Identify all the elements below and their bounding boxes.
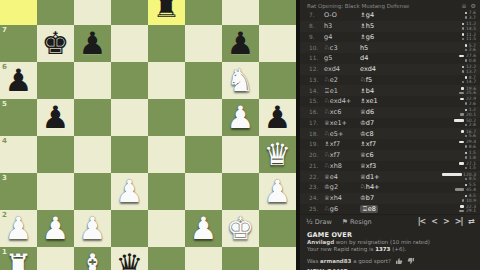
square-e7[interactable] [148,25,185,62]
square-h2[interactable] [259,210,296,247]
move-row-12: 12.exd4exd412.213.7 [300,64,480,75]
cycle-moves-icon[interactable]: ⇄ [468,217,474,226]
move-black[interactable]: ♖e8 [360,205,400,213]
move-number: 17. [309,120,324,126]
square-a8[interactable] [0,0,37,25]
move-row-24: 24.♕xh4♔b74.510.9 [300,193,480,204]
move-white[interactable]: ♕e4 [324,173,360,181]
move-black[interactable]: d4 [360,54,400,62]
square-b3[interactable] [37,173,74,210]
move-black[interactable]: ♘h4+ [360,183,400,191]
white-queen-h4[interactable]: ♛ [259,136,296,173]
move-white[interactable]: ♕xh4 [324,194,360,202]
nav-first-button[interactable]: |< [418,217,426,226]
board-area: ♜♚♟♟♟♞♟♟♟♛♟♟♟♟♟♟♚♜♝♛87654321 [0,0,296,270]
square-e2[interactable] [148,210,185,247]
move-row-18: 18.♘e5+♔c816.75.6 [300,128,480,139]
move-number: 15. [309,98,324,104]
nav-last-button[interactable]: >| [455,217,463,226]
black-queen-d1[interactable]: ♛ [111,247,148,270]
rating-line: Your new Rapid rating is 1373 (+6). [307,246,473,253]
square-e3[interactable] [148,173,185,210]
square-g1[interactable] [222,247,259,270]
square-d5[interactable] [111,99,148,136]
move-white[interactable]: ♖e1 [324,87,360,95]
move-row-22: 22.♕e4♕d1+120.38.5 [300,171,480,182]
move-white[interactable]: ♔g2 [324,183,360,191]
square-h1[interactable] [259,247,296,270]
white-pawn-h3[interactable]: ♟ [259,173,296,210]
move-black[interactable]: ♔c8 [360,130,400,138]
gear-icon[interactable]: ⚙ [471,2,476,9]
move-black[interactable]: ♕xf3 [360,162,400,170]
black-pawn-b5[interactable]: ♟ [37,99,74,136]
move-times: 120.38.5 [442,173,476,181]
square-b1[interactable] [37,247,74,270]
move-black[interactable]: ♗b4 [360,87,400,95]
square-e5[interactable] [148,99,185,136]
square-f7[interactable] [185,25,222,62]
move-white[interactable]: ♘xh8 [324,162,360,170]
move-black[interactable]: exd4 [360,65,400,73]
black-pawn-h5[interactable]: ♟ [259,99,296,136]
move-number: 13. [309,77,324,83]
opponent-name: armand83 [320,258,351,264]
move-row-13: 13.♘e2♘f58.714.7 [300,75,480,86]
white-pawn-b2[interactable]: ♟ [37,210,74,247]
move-white[interactable]: ♘exd4+ [324,97,360,105]
square-d6[interactable] [111,62,148,99]
square-c8[interactable] [74,0,111,25]
move-times: 27.11.5 [442,162,476,170]
move-row-7: 7.O-O♗g47.63.7 [300,10,480,21]
draw-label: Draw [315,218,332,226]
move-times: 11.211.5 [442,33,476,41]
move-number: 8. [309,23,324,29]
square-f8[interactable] [185,0,222,25]
move-number: 9. [309,34,324,40]
move-number: 25. [309,206,324,212]
move-times: 1.220.1 [442,108,476,116]
thumbs-down-icon[interactable] [407,257,415,265]
move-number: 12. [309,66,324,72]
move-times: 8.714.7 [442,76,476,84]
square-e6[interactable] [148,62,185,99]
move-times: 29.48.6 [442,140,476,148]
move-times: 22.92.6 [442,97,476,105]
move-times: 5.72.6 [442,44,476,52]
white-knight-g6[interactable]: ♞ [222,62,259,99]
move-number: 23. [309,184,324,190]
game-over-section: GAME OVER Anvilagd won by resignation (1… [300,228,480,270]
white-bishop-c1[interactable]: ♝ [74,247,111,270]
square-c5[interactable] [74,99,111,136]
move-black[interactable]: ♕c6 [360,151,400,159]
move-black[interactable]: ♗xe1 [360,97,400,105]
move-row-15: 15.♘exd4+♗xe122.92.6 [300,96,480,107]
winner-name: Anvilagd [307,239,334,245]
move-times: 27.60.8 [442,54,476,62]
square-e8[interactable]: ♜ [148,0,185,25]
rank-label-2: 2 [2,211,7,219]
square-c6[interactable] [74,62,111,99]
nav-next-button[interactable]: > [443,217,449,226]
white-pawn-d3[interactable]: ♟ [111,173,148,210]
sport-question: Was armand83 a good sport? [307,258,391,264]
move-row-21: 21.♘xh8♕xf327.11.5 [300,161,480,172]
move-number: 22. [309,174,324,180]
move-white[interactable]: ♕xe1+ [324,119,360,127]
square-f1[interactable] [185,247,222,270]
move-row-10: 10.♘c3h55.72.6 [300,42,480,53]
move-white[interactable]: ♘e2 [324,76,360,84]
move-number: 11. [309,55,324,61]
move-number: 7. [309,12,324,18]
draw-button[interactable]: ½ Draw [306,218,332,226]
move-white[interactable]: g4 [324,33,360,41]
square-b5[interactable]: ♟ [37,99,74,136]
square-g2[interactable]: ♚ [222,210,259,247]
square-c1[interactable]: ♝ [74,247,111,270]
move-black[interactable]: ♗xf7 [360,140,400,148]
square-d2[interactable] [111,210,148,247]
resign-flag-icon: ⚑ [342,218,348,226]
sportsmanship-row: Was armand83 a good sport? [307,257,473,265]
game-controls-bar: ½ Draw ⚑ Resign |< < > >| ⇄ [300,214,480,228]
square-h7[interactable] [259,25,296,62]
square-g8[interactable] [222,0,259,25]
move-row-25: 25.♘g6♖e822.329.1 [300,204,480,215]
move-white[interactable]: ♘xc6 [324,108,360,116]
square-b8[interactable] [37,0,74,25]
square-g6[interactable]: ♞ [222,62,259,99]
black-king-b7[interactable]: ♚ [37,25,74,62]
move-times: 11.214.5 [442,22,476,30]
white-king-g2[interactable]: ♚ [222,210,259,247]
square-f2[interactable]: ♟ [185,210,222,247]
square-f4[interactable] [185,136,222,173]
draw-half-icon: ½ [306,218,313,226]
move-row-17: 17.♕xe1+♔d750.22.8 [300,118,480,129]
nav-prev-button[interactable]: < [431,217,437,226]
move-number: 14. [309,88,324,94]
move-row-19: 19.♗xf7♗xf729.48.6 [300,139,480,150]
move-number: 24. [309,195,324,201]
square-b4[interactable] [37,136,74,173]
move-white[interactable]: O-O [324,11,360,19]
square-h4[interactable]: ♛ [259,136,296,173]
move-black[interactable]: ♕d1+ [360,173,400,181]
move-white[interactable]: ♘c3 [324,44,360,52]
move-number: 21. [309,163,324,169]
opening-header: Rat Opening: Black Mustang Defense ≡ ⚙ [300,0,480,10]
move-times: 22.329.1 [442,205,476,213]
square-h6[interactable] [259,62,296,99]
square-f6[interactable] [185,62,222,99]
square-h5[interactable]: ♟ [259,99,296,136]
move-black[interactable]: ♗g4 [360,11,400,19]
white-pawn-c2[interactable]: ♟ [74,210,111,247]
move-black[interactable]: ♗g6 [360,33,400,41]
square-c3[interactable] [74,173,111,210]
rank-label-7: 7 [2,26,7,34]
rating-value: 1373 [375,246,390,252]
square-g4[interactable] [222,136,259,173]
result-line: Anvilagd won by resignation (10 min rate… [307,239,473,246]
move-white[interactable]: ♘e5+ [324,130,360,138]
black-rook-e8[interactable]: ♜ [148,0,185,25]
move-number: 20. [309,152,324,158]
resign-label: Resign [350,218,372,226]
move-white[interactable]: exd4 [324,65,360,73]
rating-delta: (+6). [390,246,406,252]
square-h8[interactable] [259,0,296,25]
move-list: 7.O-O♗g47.63.78.h3♗h511.214.59.g4♗g611.2… [300,10,480,214]
new-game-section: NEW GAME Anvilagd (1373) vs. armand83 (1… [307,265,473,270]
resign-button[interactable]: ⚑ Resign [342,218,372,226]
move-white[interactable]: ♗xf7 [324,140,360,148]
menu-icon[interactable]: ≡ [462,2,467,9]
black-pawn-c7[interactable]: ♟ [74,25,111,62]
move-black[interactable]: ♔b7 [360,194,400,202]
square-b6[interactable] [37,62,74,99]
move-times: 1.51.8 [442,151,476,159]
thumbs-up-icon[interactable] [395,257,403,265]
white-pawn-f2[interactable]: ♟ [185,210,222,247]
square-g7[interactable]: ♟ [222,25,259,62]
sidebar-panel: Rat Opening: Black Mustang Defense ≡ ⚙ 7… [300,0,480,270]
square-c4[interactable] [74,136,111,173]
square-e1[interactable] [148,247,185,270]
move-times: 50.22.8 [442,119,476,127]
chess-board[interactable]: ♜♚♟♟♟♞♟♟♟♛♟♟♟♟♟♟♚♜♝♛87654321 [0,0,296,270]
move-black[interactable]: ♔d7 [360,119,400,127]
black-pawn-g7[interactable]: ♟ [222,25,259,62]
rank-label-1: 1 [2,248,7,256]
game-over-title: GAME OVER [307,231,473,239]
rank-label-5: 5 [2,100,7,108]
move-row-16: 16.♘xc6♕d61.220.1 [300,107,480,118]
square-g3[interactable] [222,173,259,210]
move-number: 10. [309,45,324,51]
move-number: 19. [309,141,324,147]
move-black[interactable]: h5 [360,44,400,52]
square-d3[interactable]: ♟ [111,173,148,210]
move-white[interactable]: h3 [324,22,360,30]
square-d4[interactable] [111,136,148,173]
rank-label-3: 3 [2,174,7,182]
move-white[interactable]: g5 [324,54,360,62]
move-times: 4.510.9 [442,194,476,202]
rating-prefix: Your new Rapid rating is [307,246,375,252]
move-times: 5.545.8 [442,183,476,191]
move-row-8: 8.h3♗h511.214.5 [300,21,480,32]
white-pawn-g5[interactable]: ♟ [222,99,259,136]
opening-name: Rat Opening: Black Mustang Defense [307,3,409,9]
square-g5[interactable]: ♟ [222,99,259,136]
move-row-14: 14.♖e1♗b419.625.6 [300,85,480,96]
square-d8[interactable] [111,0,148,25]
move-row-11: 11.g5d427.60.8 [300,53,480,64]
move-row-9: 9.g4♗g611.211.5 [300,32,480,43]
square-h3[interactable]: ♟ [259,173,296,210]
move-times: 16.75.6 [442,130,476,138]
square-b2[interactable]: ♟ [37,210,74,247]
square-c7[interactable]: ♟ [74,25,111,62]
move-black[interactable]: ♕d6 [360,108,400,116]
square-c2[interactable]: ♟ [74,210,111,247]
square-e4[interactable] [148,136,185,173]
move-black[interactable]: ♗h5 [360,22,400,30]
square-f3[interactable] [185,173,222,210]
chess-app-window: ♜♚♟♟♟♞♟♟♟♛♟♟♟♟♟♟♚♜♝♛87654321 Rat Opening… [0,0,480,270]
move-row-20: 20.♘xf7♕c61.51.8 [300,150,480,161]
square-f5[interactable] [185,99,222,136]
square-b7[interactable]: ♚ [37,25,74,62]
move-times: 12.213.7 [442,65,476,73]
move-times: 7.63.7 [442,11,476,19]
move-black[interactable]: ♘f5 [360,76,400,84]
move-row-23: 23.♔g2♘h4+5.545.8 [300,182,480,193]
move-number: 18. [309,131,324,137]
square-d7[interactable] [111,25,148,62]
square-d1[interactable]: ♛ [111,247,148,270]
move-white[interactable]: ♘xf7 [324,151,360,159]
move-white[interactable]: ♘g6 [324,205,360,213]
result-text: won by resignation (10 min rated) [334,239,430,245]
rank-label-6: 6 [2,63,7,71]
move-number: 16. [309,109,324,115]
move-times: 19.625.6 [442,87,476,95]
rank-label-4: 4 [2,137,7,145]
